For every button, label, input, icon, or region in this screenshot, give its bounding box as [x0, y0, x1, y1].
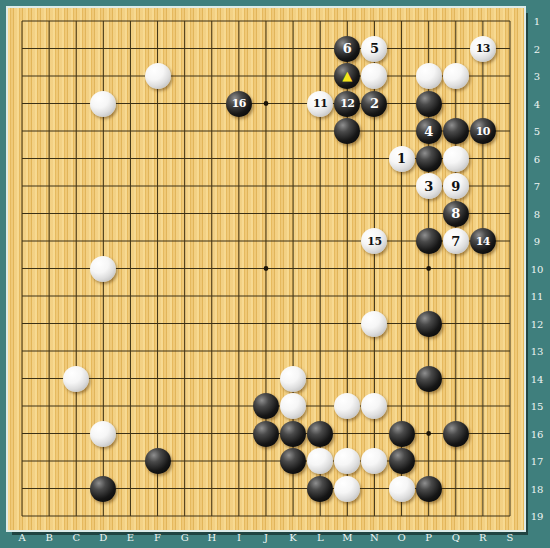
stone-Q7-white: 9 [443, 173, 469, 199]
move-number: 11 [313, 98, 327, 109]
row-label-18: 18 [524, 483, 550, 496]
move-number: 16 [232, 98, 246, 109]
col-label-J: J [256, 531, 276, 544]
stone-O16-black [389, 421, 415, 447]
row-label-3: 3 [524, 70, 550, 83]
col-label-N: N [364, 531, 384, 544]
stone-K15-white [280, 393, 306, 419]
stone-M2-black: 6 [334, 36, 360, 62]
stone-J15-black [253, 393, 279, 419]
stone-P7-white: 3 [416, 173, 442, 199]
stone-M17-white [334, 448, 360, 474]
move-number: 1 [397, 152, 406, 165]
col-label-O: O [392, 531, 412, 544]
stone-K17-black [280, 448, 306, 474]
move-number: 14 [476, 235, 490, 246]
stone-R5-black: 10 [470, 118, 496, 144]
stone-Q9-white: 7 [443, 228, 469, 254]
stone-P6-black [416, 146, 442, 172]
stone-Q8-black: 8 [443, 201, 469, 227]
stone-K16-black [280, 421, 306, 447]
stone-Q16-black [443, 421, 469, 447]
move-number: 10 [476, 125, 490, 136]
stone-R2-white: 13 [470, 36, 496, 62]
stone-M5-black [334, 118, 360, 144]
row-label-12: 12 [524, 318, 550, 331]
row-label-4: 4 [524, 98, 550, 111]
row-label-6: 6 [524, 153, 550, 166]
move-number: 7 [451, 234, 460, 247]
stone-N15-white [361, 393, 387, 419]
row-label-8: 8 [524, 208, 550, 221]
stone-K14-white [280, 366, 306, 392]
move-number: 8 [451, 207, 460, 220]
stone-D16-white [90, 421, 116, 447]
stone-N3-white [361, 63, 387, 89]
move-number: 5 [370, 42, 379, 55]
col-label-S: S [500, 531, 520, 544]
col-label-R: R [473, 531, 493, 544]
stone-M3-black: ▲ [334, 63, 360, 89]
stone-P3-white [416, 63, 442, 89]
col-label-H: H [202, 531, 222, 544]
stone-M18-white [334, 476, 360, 502]
move-number: 9 [451, 179, 460, 192]
row-label-15: 15 [524, 400, 550, 413]
star-point [264, 266, 269, 271]
row-label-13: 13 [524, 345, 550, 358]
move-number: 2 [370, 97, 379, 110]
stone-F17-black [145, 448, 171, 474]
stone-N9-white: 15 [361, 228, 387, 254]
row-label-10: 10 [524, 263, 550, 276]
stone-D4-white [90, 91, 116, 117]
stone-I4-black: 16 [226, 91, 252, 117]
row-label-11: 11 [524, 290, 550, 303]
stone-L18-black [307, 476, 333, 502]
stone-D18-black [90, 476, 116, 502]
row-label-1: 1 [524, 15, 550, 28]
stone-L17-white [307, 448, 333, 474]
col-label-Q: Q [446, 531, 466, 544]
stone-N17-white [361, 448, 387, 474]
stone-P5-black: 4 [416, 118, 442, 144]
star-point [264, 101, 269, 106]
stone-L16-black [307, 421, 333, 447]
move-number: 12 [340, 98, 354, 109]
col-label-P: P [419, 531, 439, 544]
stone-F3-white [145, 63, 171, 89]
col-label-C: C [66, 531, 86, 544]
row-label-2: 2 [524, 43, 550, 56]
stone-Q5-black [443, 118, 469, 144]
move-number: 6 [343, 42, 352, 55]
row-label-19: 19 [524, 510, 550, 523]
row-label-14: 14 [524, 373, 550, 386]
stone-P18-black [416, 476, 442, 502]
stone-N2-white: 5 [361, 36, 387, 62]
col-label-A: A [12, 531, 32, 544]
stone-P14-black [416, 366, 442, 392]
stone-R9-black: 14 [470, 228, 496, 254]
row-label-7: 7 [524, 180, 550, 193]
stone-C14-white [63, 366, 89, 392]
stone-J16-black [253, 421, 279, 447]
row-label-17: 17 [524, 455, 550, 468]
go-board[interactable]: 6513▲1611122410139815714 [8, 8, 524, 530]
row-label-9: 9 [524, 235, 550, 248]
triangle-mark-icon: ▲ [342, 69, 352, 82]
stone-M15-white [334, 393, 360, 419]
board-grid-lines [8, 8, 524, 530]
stone-P12-black [416, 311, 442, 337]
go-diagram-screen: 6513▲1611122410139815714 ABCDEFGHIJKLMNO… [0, 0, 550, 548]
stone-N4-black: 2 [361, 91, 387, 117]
row-label-5: 5 [524, 125, 550, 138]
col-label-E: E [120, 531, 140, 544]
col-label-M: M [337, 531, 357, 544]
stone-Q6-white [443, 146, 469, 172]
move-number: 13 [476, 43, 490, 54]
stone-D10-white [90, 256, 116, 282]
row-label-16: 16 [524, 428, 550, 441]
star-point [426, 431, 431, 436]
col-label-D: D [93, 531, 113, 544]
col-label-I: I [229, 531, 249, 544]
move-number: 15 [367, 235, 381, 246]
col-label-L: L [310, 531, 330, 544]
stone-P4-black [416, 91, 442, 117]
stone-O6-white: 1 [389, 146, 415, 172]
stone-M4-black: 12 [334, 91, 360, 117]
stone-P9-black [416, 228, 442, 254]
move-number: 4 [424, 124, 433, 137]
stone-N12-white [361, 311, 387, 337]
move-number: 3 [424, 179, 433, 192]
stone-L4-white: 11 [307, 91, 333, 117]
col-label-K: K [283, 531, 303, 544]
col-label-F: F [148, 531, 168, 544]
col-label-G: G [175, 531, 195, 544]
stone-O18-white [389, 476, 415, 502]
star-point [426, 266, 431, 271]
stone-Q3-white [443, 63, 469, 89]
stone-O17-black [389, 448, 415, 474]
col-label-B: B [39, 531, 59, 544]
